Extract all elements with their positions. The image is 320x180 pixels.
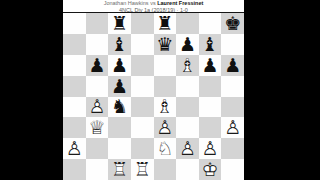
square-g1: ♚♔ <box>199 159 222 180</box>
piece-white-pawn: ♟♙ <box>199 138 222 159</box>
square-f6: ♝♗ <box>176 55 199 76</box>
game-panel: Jonathan Hawkins vs Laurent Fressinet 4N… <box>63 0 244 180</box>
square-g6: ♟ <box>199 55 222 76</box>
piece-white-queen: ♛♕ <box>86 117 109 138</box>
square-c4: ♞ <box>108 97 131 118</box>
square-d1: ♜♖ <box>131 159 154 180</box>
square-f5 <box>176 76 199 97</box>
square-a1 <box>63 159 86 180</box>
piece-black-bishop: ♝ <box>199 34 222 55</box>
square-a3 <box>63 117 86 138</box>
square-e1 <box>154 159 177 180</box>
piece-black-pawn: ♟ <box>108 76 131 97</box>
square-b3: ♛♕ <box>86 117 109 138</box>
square-c3 <box>108 117 131 138</box>
piece-white-knight: ♞♘ <box>154 138 177 159</box>
square-e4: ♝♗ <box>154 97 177 118</box>
square-b8 <box>86 13 109 34</box>
piece-black-pawn: ♟ <box>108 55 131 76</box>
square-g2: ♟♙ <box>199 138 222 159</box>
square-b6: ♟ <box>86 55 109 76</box>
square-g8 <box>199 13 222 34</box>
square-b2 <box>86 138 109 159</box>
square-e3: ♟♙ <box>154 117 177 138</box>
square-g4 <box>199 97 222 118</box>
piece-white-bishop: ♝♗ <box>154 97 177 118</box>
square-g7: ♝ <box>199 34 222 55</box>
square-c8: ♜ <box>108 13 131 34</box>
square-c5: ♟ <box>108 76 131 97</box>
square-f1 <box>176 159 199 180</box>
square-f3 <box>176 117 199 138</box>
chess-board: ♜♜♚♝♛♟♝♟♟♝♗♟♟♟♟♙♞♝♗♛♕♟♙♟♙♟♙♞♘♟♙♟♙♜♖♜♖♚♔ <box>63 12 244 180</box>
square-c1: ♜♖ <box>108 159 131 180</box>
piece-white-pawn: ♟♙ <box>63 138 86 159</box>
piece-black-rook: ♜ <box>108 13 131 34</box>
square-h8: ♚ <box>221 13 244 34</box>
piece-white-king: ♚♔ <box>199 159 222 180</box>
square-e2: ♞♘ <box>154 138 177 159</box>
square-c6: ♟ <box>108 55 131 76</box>
piece-black-knight: ♞ <box>108 97 131 118</box>
square-d8 <box>131 13 154 34</box>
piece-white-bishop: ♝♗ <box>176 55 199 76</box>
piece-black-pawn: ♟ <box>176 34 199 55</box>
square-a2: ♟♙ <box>63 138 86 159</box>
square-h4 <box>221 97 244 118</box>
piece-black-queen: ♛ <box>154 34 177 55</box>
square-a4 <box>63 97 86 118</box>
square-h2 <box>221 138 244 159</box>
square-f8 <box>176 13 199 34</box>
square-g3 <box>199 117 222 138</box>
piece-black-pawn: ♟ <box>221 55 244 76</box>
square-f4 <box>176 97 199 118</box>
square-b1 <box>86 159 109 180</box>
piece-white-rook: ♜♖ <box>108 159 131 180</box>
piece-black-pawn: ♟ <box>199 55 222 76</box>
square-a5 <box>63 76 86 97</box>
square-d7 <box>131 34 154 55</box>
square-c7: ♝ <box>108 34 131 55</box>
square-g5 <box>199 76 222 97</box>
square-h5 <box>221 76 244 97</box>
piece-white-pawn: ♟♙ <box>86 97 109 118</box>
piece-black-rook: ♜ <box>154 13 177 34</box>
square-f2: ♟♙ <box>176 138 199 159</box>
square-h1 <box>221 159 244 180</box>
piece-white-pawn: ♟♙ <box>176 138 199 159</box>
square-h6: ♟ <box>221 55 244 76</box>
black-player-name: Laurent Fressinet <box>157 0 203 6</box>
square-h3: ♟♙ <box>221 117 244 138</box>
square-h7 <box>221 34 244 55</box>
square-e7: ♛ <box>154 34 177 55</box>
square-b4: ♟♙ <box>86 97 109 118</box>
square-a6 <box>63 55 86 76</box>
square-e6 <box>154 55 177 76</box>
piece-white-pawn: ♟♙ <box>221 117 244 138</box>
square-e5 <box>154 76 177 97</box>
white-player-name: Jonathan Hawkins <box>104 0 149 6</box>
piece-white-rook: ♜♖ <box>131 159 154 180</box>
square-a8 <box>63 13 86 34</box>
square-a7 <box>63 34 86 55</box>
square-e8: ♜ <box>154 13 177 34</box>
square-d4 <box>131 97 154 118</box>
square-b5 <box>86 76 109 97</box>
game-header: Jonathan Hawkins vs Laurent Fressinet 4N… <box>63 0 244 12</box>
square-d6 <box>131 55 154 76</box>
piece-black-pawn: ♟ <box>86 55 109 76</box>
piece-white-pawn: ♟♙ <box>154 117 177 138</box>
vs-label: vs <box>150 0 156 6</box>
square-d2 <box>131 138 154 159</box>
piece-black-bishop: ♝ <box>108 34 131 55</box>
square-f7: ♟ <box>176 34 199 55</box>
square-b7 <box>86 34 109 55</box>
square-d3 <box>131 117 154 138</box>
square-d5 <box>131 76 154 97</box>
piece-black-king: ♚ <box>221 13 244 34</box>
square-c2 <box>108 138 131 159</box>
